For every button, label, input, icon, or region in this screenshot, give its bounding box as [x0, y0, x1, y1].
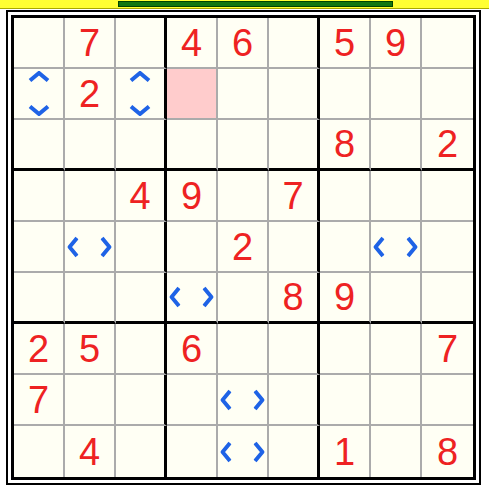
given-digit: 9 [385, 24, 406, 62]
cell-r3c6[interactable] [269, 120, 320, 171]
cell-r2c6[interactable] [269, 69, 320, 120]
given-digit: 2 [79, 75, 100, 113]
cell-r5c6[interactable] [269, 222, 320, 273]
given-digit: 5 [79, 330, 100, 368]
chevron-down-icon [28, 105, 50, 116]
given-digit: 2 [437, 125, 458, 163]
cell-r4c7[interactable] [320, 171, 371, 222]
cell-r1c7[interactable]: 5 [320, 18, 371, 69]
cell-r6c9[interactable] [422, 273, 473, 324]
given-digit: 6 [232, 24, 253, 62]
cell-r5c1[interactable] [14, 222, 65, 273]
chevron-left-icon [221, 441, 232, 463]
cell-r4c2[interactable] [65, 171, 116, 222]
given-digit: 6 [181, 330, 202, 368]
cell-r4c1[interactable] [14, 171, 65, 222]
cell-r7c9[interactable]: 7 [422, 324, 473, 375]
cell-r7c3[interactable] [116, 324, 167, 375]
cell-r9c4[interactable] [167, 426, 218, 477]
cell-r3c7[interactable]: 8 [320, 120, 371, 171]
chevron-up-icon [28, 71, 50, 82]
given-digit: 9 [334, 278, 355, 316]
chevron-left-icon [221, 389, 232, 411]
cell-r5c5[interactable]: 2 [218, 222, 269, 273]
cell-r4c9[interactable] [422, 171, 473, 222]
cell-r8c4[interactable] [167, 375, 218, 426]
cell-r7c1[interactable]: 2 [14, 324, 65, 375]
cell-r8c9[interactable] [422, 375, 473, 426]
cell-r1c1[interactable] [14, 18, 65, 69]
cell-r5c4[interactable] [167, 222, 218, 273]
given-digit: 7 [28, 381, 49, 419]
chevron-left-icon [170, 286, 181, 308]
cell-r6c3[interactable] [116, 273, 167, 324]
cell-r1c3[interactable] [116, 18, 167, 69]
cell-r8c2[interactable] [65, 375, 116, 426]
cell-r4c8[interactable] [371, 171, 422, 222]
given-digit: 4 [181, 24, 202, 62]
given-digit: 2 [232, 228, 253, 266]
cell-r1c9[interactable] [422, 18, 473, 69]
cell-r2c4[interactable] [167, 69, 218, 120]
cell-r3c2[interactable] [65, 120, 116, 171]
cell-r3c8[interactable] [371, 120, 422, 171]
cell-r7c7[interactable] [320, 324, 371, 375]
cell-r8c3[interactable] [116, 375, 167, 426]
cell-r4c5[interactable] [218, 171, 269, 222]
cell-r2c7[interactable] [320, 69, 371, 120]
cell-r3c1[interactable] [14, 120, 65, 171]
chevron-right-icon [407, 236, 418, 258]
given-digit: 8 [282, 278, 303, 316]
cell-r4c3[interactable]: 4 [116, 171, 167, 222]
chevron-right-icon [101, 236, 112, 258]
cell-r6c8[interactable] [371, 273, 422, 324]
cell-r3c9[interactable]: 2 [422, 120, 473, 171]
cell-r6c6[interactable]: 8 [269, 273, 320, 324]
given-digit: 8 [334, 125, 355, 163]
page: 7465928249728925677418 [0, 0, 489, 489]
cell-r7c8[interactable] [371, 324, 422, 375]
given-digit: 8 [437, 433, 458, 471]
cell-r8c8[interactable] [371, 375, 422, 426]
cell-r6c4[interactable] [167, 273, 218, 324]
given-digit: 7 [282, 177, 303, 215]
cell-r3c5[interactable] [218, 120, 269, 171]
sudoku-grid: 7465928249728925677418 [11, 15, 476, 480]
cell-r4c4[interactable]: 9 [167, 171, 218, 222]
cell-r3c4[interactable] [167, 120, 218, 171]
cell-r1c8[interactable]: 9 [371, 18, 422, 69]
cell-r8c5[interactable] [218, 375, 269, 426]
cell-r9c7[interactable]: 1 [320, 426, 371, 477]
given-digit: 4 [129, 177, 150, 215]
cell-r2c2[interactable]: 2 [65, 69, 116, 120]
cell-r7c6[interactable] [269, 324, 320, 375]
cell-r8c6[interactable] [269, 375, 320, 426]
cell-r5c2[interactable] [65, 222, 116, 273]
chevron-left-icon [374, 236, 385, 258]
chevron-left-icon [68, 236, 79, 258]
given-digit: 7 [437, 330, 458, 368]
cell-r6c7[interactable]: 9 [320, 273, 371, 324]
progress-bar [118, 1, 393, 7]
cell-r7c4[interactable]: 6 [167, 324, 218, 375]
cell-r5c7[interactable] [320, 222, 371, 273]
cell-r7c2[interactable]: 5 [65, 324, 116, 375]
cell-r6c1[interactable] [14, 273, 65, 324]
cell-r2c1[interactable] [14, 69, 65, 120]
cell-r2c9[interactable] [422, 69, 473, 120]
given-digit: 7 [79, 24, 100, 62]
chevron-right-icon [203, 286, 214, 308]
cell-r6c5[interactable] [218, 273, 269, 324]
cell-r8c7[interactable] [320, 375, 371, 426]
cell-r9c3[interactable] [116, 426, 167, 477]
cell-r5c3[interactable] [116, 222, 167, 273]
given-digit: 9 [181, 177, 202, 215]
cell-r9c8[interactable] [371, 426, 422, 477]
sudoku-board: 7465928249728925677418 [6, 10, 481, 485]
cell-r1c6[interactable] [269, 18, 320, 69]
cell-r9c6[interactable] [269, 426, 320, 477]
chevron-down-icon [129, 105, 151, 116]
cell-r1c2[interactable]: 7 [65, 18, 116, 69]
cell-r6c2[interactable] [65, 273, 116, 324]
cell-r9c5[interactable] [218, 426, 269, 477]
cell-r1c5[interactable]: 6 [218, 18, 269, 69]
cell-r1c4[interactable]: 4 [167, 18, 218, 69]
chevron-up-icon [129, 71, 151, 82]
cell-r7c5[interactable] [218, 324, 269, 375]
cell-r9c1[interactable] [14, 426, 65, 477]
cell-r5c9[interactable] [422, 222, 473, 273]
cell-r4c6[interactable]: 7 [269, 171, 320, 222]
given-digit: 2 [28, 330, 49, 368]
cell-r8c1[interactable]: 7 [14, 375, 65, 426]
chevron-right-icon [254, 441, 265, 463]
cell-r9c9[interactable]: 8 [422, 426, 473, 477]
cell-r3c3[interactable] [116, 120, 167, 171]
cell-r2c5[interactable] [218, 69, 269, 120]
given-digit: 1 [334, 433, 355, 471]
given-digit: 5 [334, 24, 355, 62]
top-bar [0, 0, 489, 9]
chevron-right-icon [254, 389, 265, 411]
given-digit: 4 [79, 433, 100, 471]
cell-r2c3[interactable] [116, 69, 167, 120]
cell-r9c2[interactable]: 4 [65, 426, 116, 477]
cell-r2c8[interactable] [371, 69, 422, 120]
cell-r5c8[interactable] [371, 222, 422, 273]
